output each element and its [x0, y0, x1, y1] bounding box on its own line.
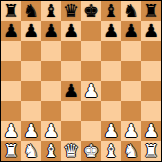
square-d2[interactable] — [61, 121, 81, 141]
square-d8[interactable]: ♛ — [61, 1, 81, 21]
square-h2[interactable]: ♟ — [141, 121, 161, 141]
square-h1[interactable]: ♜ — [141, 141, 161, 161]
square-b6[interactable] — [21, 41, 41, 61]
square-d1[interactable]: ♛ — [61, 141, 81, 161]
square-h5[interactable] — [141, 61, 161, 81]
square-b7[interactable]: ♟ — [21, 21, 41, 41]
square-d3[interactable] — [61, 101, 81, 121]
piece-black-king[interactable]: ♚ — [83, 1, 99, 21]
piece-white-rook[interactable]: ♜ — [3, 141, 19, 161]
piece-white-pawn[interactable]: ♟ — [23, 121, 39, 141]
square-d6[interactable] — [61, 41, 81, 61]
square-c5[interactable] — [41, 61, 61, 81]
piece-white-rook[interactable]: ♜ — [143, 141, 159, 161]
piece-white-pawn[interactable]: ♟ — [103, 121, 119, 141]
chess-board-container: ♜♞♝♛♚♝♞♜♟♟♟♟♟♟♟♟♟♟♟♟♟♟♟♜♞♝♛♚♝♞♜ — [0, 0, 162, 162]
square-g1[interactable]: ♞ — [121, 141, 141, 161]
square-e6[interactable] — [81, 41, 101, 61]
square-h7[interactable]: ♟ — [141, 21, 161, 41]
square-c8[interactable]: ♝ — [41, 1, 61, 21]
piece-white-pawn[interactable]: ♟ — [123, 121, 139, 141]
square-g7[interactable]: ♟ — [121, 21, 141, 41]
piece-black-pawn[interactable]: ♟ — [43, 21, 59, 41]
piece-white-pawn[interactable]: ♟ — [43, 121, 59, 141]
piece-black-knight[interactable]: ♞ — [123, 1, 139, 21]
square-f6[interactable] — [101, 41, 121, 61]
piece-white-bishop[interactable]: ♝ — [43, 141, 59, 161]
square-b1[interactable]: ♞ — [21, 141, 41, 161]
square-c3[interactable] — [41, 101, 61, 121]
piece-white-knight[interactable]: ♞ — [23, 141, 39, 161]
square-c2[interactable]: ♟ — [41, 121, 61, 141]
square-a5[interactable] — [1, 61, 21, 81]
square-e1[interactable]: ♚ — [81, 141, 101, 161]
square-f8[interactable]: ♝ — [101, 1, 121, 21]
square-g8[interactable]: ♞ — [121, 1, 141, 21]
square-h3[interactable] — [141, 101, 161, 121]
square-c1[interactable]: ♝ — [41, 141, 61, 161]
square-g6[interactable] — [121, 41, 141, 61]
piece-black-knight[interactable]: ♞ — [23, 1, 39, 21]
square-c6[interactable] — [41, 41, 61, 61]
square-a8[interactable]: ♜ — [1, 1, 21, 21]
piece-black-rook[interactable]: ♜ — [3, 1, 19, 21]
square-g4[interactable] — [121, 81, 141, 101]
square-e8[interactable]: ♚ — [81, 1, 101, 21]
square-f4[interactable] — [101, 81, 121, 101]
piece-white-bishop[interactable]: ♝ — [103, 141, 119, 161]
square-e5[interactable] — [81, 61, 101, 81]
piece-black-pawn[interactable]: ♟ — [3, 21, 19, 41]
square-b3[interactable] — [21, 101, 41, 121]
piece-black-pawn[interactable]: ♟ — [123, 21, 139, 41]
piece-black-bishop[interactable]: ♝ — [103, 1, 119, 21]
piece-white-pawn[interactable]: ♟ — [3, 121, 19, 141]
piece-black-queen[interactable]: ♛ — [63, 1, 79, 21]
square-a6[interactable] — [1, 41, 21, 61]
square-b8[interactable]: ♞ — [21, 1, 41, 21]
piece-white-knight[interactable]: ♞ — [123, 141, 139, 161]
square-a1[interactable]: ♜ — [1, 141, 21, 161]
square-g3[interactable] — [121, 101, 141, 121]
square-f5[interactable] — [101, 61, 121, 81]
square-h4[interactable] — [141, 81, 161, 101]
square-e2[interactable] — [81, 121, 101, 141]
piece-black-pawn[interactable]: ♟ — [103, 21, 119, 41]
square-g2[interactable]: ♟ — [121, 121, 141, 141]
square-f3[interactable] — [101, 101, 121, 121]
square-a7[interactable]: ♟ — [1, 21, 21, 41]
piece-black-pawn[interactable]: ♟ — [143, 21, 159, 41]
square-c4[interactable] — [41, 81, 61, 101]
square-d7[interactable]: ♟ — [61, 21, 81, 41]
square-e3[interactable] — [81, 101, 101, 121]
chess-board: ♜♞♝♛♚♝♞♜♟♟♟♟♟♟♟♟♟♟♟♟♟♟♟♜♞♝♛♚♝♞♜ — [0, 0, 162, 162]
square-d4[interactable]: ♟ — [61, 81, 81, 101]
square-a2[interactable]: ♟ — [1, 121, 21, 141]
square-b4[interactable] — [21, 81, 41, 101]
square-e4[interactable]: ♟ — [81, 81, 101, 101]
piece-white-queen[interactable]: ♛ — [63, 141, 79, 161]
square-b5[interactable] — [21, 61, 41, 81]
square-a4[interactable] — [1, 81, 21, 101]
square-c7[interactable]: ♟ — [41, 21, 61, 41]
square-g5[interactable] — [121, 61, 141, 81]
piece-white-pawn[interactable]: ♟ — [83, 81, 99, 101]
square-h6[interactable] — [141, 41, 161, 61]
piece-black-rook[interactable]: ♜ — [143, 1, 159, 21]
piece-white-king[interactable]: ♚ — [83, 141, 99, 161]
square-h8[interactable]: ♜ — [141, 1, 161, 21]
piece-black-pawn[interactable]: ♟ — [63, 81, 79, 101]
square-a3[interactable] — [1, 101, 21, 121]
square-b2[interactable]: ♟ — [21, 121, 41, 141]
square-f1[interactable]: ♝ — [101, 141, 121, 161]
square-f7[interactable]: ♟ — [101, 21, 121, 41]
piece-black-pawn[interactable]: ♟ — [63, 21, 79, 41]
piece-black-bishop[interactable]: ♝ — [43, 1, 59, 21]
piece-black-pawn[interactable]: ♟ — [23, 21, 39, 41]
piece-white-pawn[interactable]: ♟ — [143, 121, 159, 141]
square-f2[interactable]: ♟ — [101, 121, 121, 141]
square-d5[interactable] — [61, 61, 81, 81]
square-e7[interactable] — [81, 21, 101, 41]
